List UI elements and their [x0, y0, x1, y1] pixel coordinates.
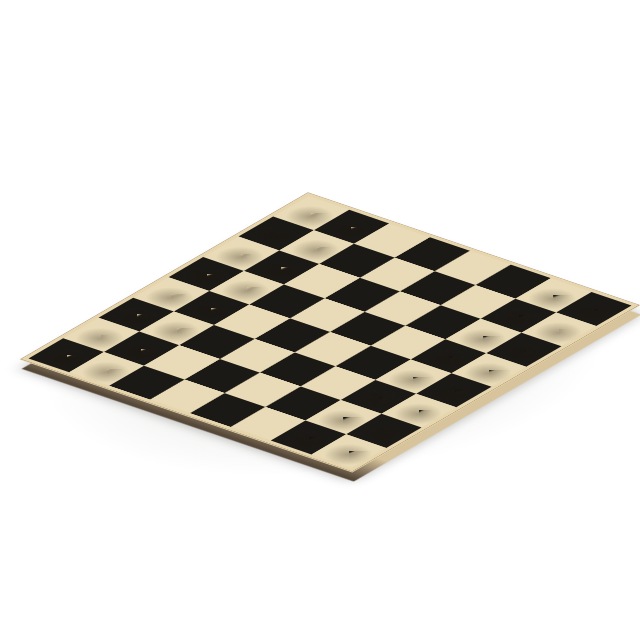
square-h3	[354, 223, 429, 257]
square-g3	[319, 244, 394, 278]
square-f4	[325, 278, 400, 312]
square-d3	[214, 305, 289, 339]
square-c3	[179, 325, 254, 359]
square-e3	[249, 284, 324, 318]
square-f5	[365, 291, 440, 325]
square-f3	[284, 264, 359, 298]
chess-board	[20, 192, 640, 472]
square-h5	[435, 251, 510, 285]
square-g5	[400, 271, 475, 305]
square-e4	[290, 298, 365, 332]
square-g4	[360, 257, 435, 291]
perspective-wrapper	[0, 0, 640, 640]
product-photo-scene	[0, 0, 640, 640]
square-d4	[255, 318, 330, 352]
piece-contact-shadow	[525, 318, 592, 348]
board-tilt-wrapper	[76, 95, 583, 569]
board-grid	[29, 196, 632, 468]
square-h4	[395, 237, 470, 271]
